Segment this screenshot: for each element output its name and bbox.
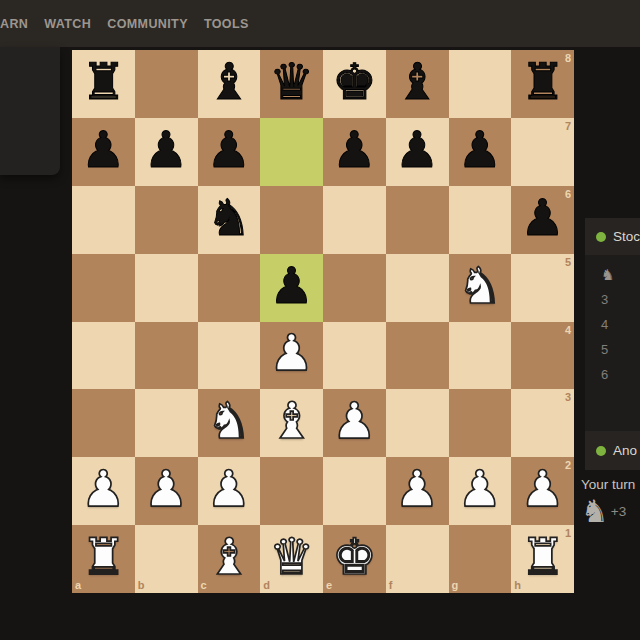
square-b3[interactable] [135,389,198,457]
square-e4[interactable] [323,322,386,390]
file-label-g: g [452,580,459,591]
opponent-online-dot [596,232,606,242]
square-b6[interactable] [135,186,198,254]
square-c5[interactable] [198,254,261,322]
square-f6[interactable] [386,186,449,254]
square-h8[interactable]: 8♜ [511,50,574,118]
square-e7[interactable]: ♟ [323,118,386,186]
piece-white-pawn-g2[interactable]: ♟ [457,464,502,514]
piece-black-pawn-c7[interactable]: ♟ [206,125,251,175]
square-b8[interactable] [135,50,198,118]
piece-black-pawn-d5[interactable]: ♟ [269,261,314,311]
piece-black-pawn-b7[interactable]: ♟ [144,125,189,175]
square-h6[interactable]: 6♟ [511,186,574,254]
square-f5[interactable] [386,254,449,322]
piece-white-pawn-e3[interactable]: ♟ [332,396,377,446]
knight-figurine-icon: ♞ [601,266,614,284]
square-d3[interactable]: ♝ [260,389,323,457]
file-label-b: b [138,580,145,591]
square-h5[interactable]: 5 [511,254,574,322]
nav-item-community[interactable]: COMMUNITY [107,17,188,31]
square-a3[interactable] [72,389,135,457]
square-c4[interactable] [198,322,261,390]
piece-white-pawn-h2[interactable]: ♟ [520,464,565,514]
move-list-row-figurine[interactable]: ♞ [601,262,640,287]
move-list-row-3[interactable]: 3 [601,287,640,312]
rank-label-3: 3 [565,392,571,403]
piece-white-bishop-d3[interactable]: ♝ [269,396,314,446]
square-d6[interactable] [260,186,323,254]
opponent-name: Stoc [613,229,640,244]
piece-black-pawn-h6[interactable]: ♟ [520,193,565,243]
top-navbar: ARN WATCH COMMUNITY TOOLS [0,0,640,47]
move-list-row-5[interactable]: 5 [601,337,640,362]
square-a6[interactable] [72,186,135,254]
square-g8[interactable] [449,50,512,118]
square-f7[interactable]: ♟ [386,118,449,186]
piece-black-rook-a8[interactable]: ♜ [81,57,126,107]
move-list-row-4[interactable]: 4 [601,312,640,337]
square-g2[interactable]: ♟ [449,457,512,525]
square-h7[interactable]: 7 [511,118,574,186]
nav-item-watch[interactable]: WATCH [44,17,91,31]
square-e5[interactable] [323,254,386,322]
square-a2[interactable]: ♟ [72,457,135,525]
piece-white-pawn-f2[interactable]: ♟ [395,464,440,514]
square-a4[interactable] [72,322,135,390]
square-c1[interactable]: c♝ [198,525,261,593]
square-a5[interactable] [72,254,135,322]
opponent-row[interactable]: Stoc [585,218,640,255]
square-a7[interactable]: ♟ [72,118,135,186]
turn-indicator: Your turn [581,477,635,492]
square-e1[interactable]: e♚ [323,525,386,593]
square-f3[interactable] [386,389,449,457]
rank-label-7: 7 [565,121,571,132]
piece-white-king-e1[interactable]: ♚ [332,532,377,582]
square-f1[interactable]: f [386,525,449,593]
nav-item-tools[interactable]: TOOLS [204,17,249,31]
game-sidebar: Stoc ♞3456 Ano [585,218,640,470]
rank-label-6: 6 [565,189,571,200]
square-d5[interactable]: ♟ [260,254,323,322]
rank-label-8: 8 [565,53,571,64]
nav-item-learn[interactable]: ARN [0,17,28,31]
square-g7[interactable]: ♟ [449,118,512,186]
square-e2[interactable] [323,457,386,525]
piece-black-queen-d8[interactable]: ♛ [269,57,314,107]
piece-white-bishop-c1[interactable]: ♝ [206,532,251,582]
square-e3[interactable]: ♟ [323,389,386,457]
square-g1[interactable]: g [449,525,512,593]
square-f8[interactable]: ♝ [386,50,449,118]
material-advantage: +3 [611,504,626,519]
piece-black-knight-c6[interactable]: ♞ [206,193,251,243]
square-f4[interactable] [386,322,449,390]
captured-knight-icon: ♞ [581,496,609,527]
square-d7[interactable] [260,118,323,186]
move-list: ♞3456 [585,255,640,431]
player-row[interactable]: Ano [585,431,640,470]
rank-label-1: 1 [565,528,571,539]
square-c8[interactable]: ♝ [198,50,261,118]
piece-white-queen-d1[interactable]: ♛ [269,532,314,582]
square-h2[interactable]: 2♟ [511,457,574,525]
square-g6[interactable] [449,186,512,254]
piece-black-pawn-a7[interactable]: ♟ [81,125,126,175]
square-c7[interactable]: ♟ [198,118,261,186]
piece-white-pawn-d4[interactable]: ♟ [269,328,314,378]
square-b1[interactable]: b [135,525,198,593]
piece-black-king-e8[interactable]: ♚ [332,57,377,107]
piece-black-bishop-c8[interactable]: ♝ [206,57,251,107]
rank-label-2: 2 [565,460,571,471]
piece-white-knight-g5[interactable]: ♞ [457,261,502,311]
square-c3[interactable]: ♞ [198,389,261,457]
player-online-dot [596,446,606,456]
square-b4[interactable] [135,322,198,390]
rank-label-4: 4 [565,325,571,336]
square-h1[interactable]: 1h♜ [511,525,574,593]
piece-black-bishop-f8[interactable]: ♝ [395,57,440,107]
piece-black-pawn-g7[interactable]: ♟ [457,125,502,175]
piece-black-rook-h8[interactable]: ♜ [520,57,565,107]
square-a8[interactable]: ♜ [72,50,135,118]
captured-material: ♞ +3 [581,496,626,527]
piece-white-knight-c3[interactable]: ♞ [206,396,251,446]
square-d4[interactable]: ♟ [260,322,323,390]
piece-white-pawn-b2[interactable]: ♟ [144,464,189,514]
square-c6[interactable]: ♞ [198,186,261,254]
square-f2[interactable]: ♟ [386,457,449,525]
square-a1[interactable]: a♜ [72,525,135,593]
square-b7[interactable]: ♟ [135,118,198,186]
left-dropdown-panel [0,47,60,175]
piece-white-pawn-c2[interactable]: ♟ [206,464,251,514]
square-h3[interactable]: 3 [511,389,574,457]
square-e8[interactable]: ♚ [323,50,386,118]
piece-white-pawn-a2[interactable]: ♟ [81,464,126,514]
square-c2[interactable]: ♟ [198,457,261,525]
square-e6[interactable] [323,186,386,254]
file-label-f: f [389,580,393,591]
piece-white-rook-h1[interactable]: ♜ [520,532,565,582]
piece-white-rook-a1[interactable]: ♜ [81,532,126,582]
square-b2[interactable]: ♟ [135,457,198,525]
square-d2[interactable] [260,457,323,525]
square-d8[interactable]: ♛ [260,50,323,118]
chess-board: ♜♝♛♚♝8♜♟♟♟♟♟♟7♞6♟♟♞5♟4♞♝♟3♟♟♟♟♟2♟a♜bc♝d♛… [72,50,574,593]
square-b5[interactable] [135,254,198,322]
square-d1[interactable]: d♛ [260,525,323,593]
piece-black-pawn-f7[interactable]: ♟ [395,125,440,175]
square-g3[interactable] [449,389,512,457]
move-list-row-6[interactable]: 6 [601,362,640,387]
square-g5[interactable]: ♞ [449,254,512,322]
piece-black-pawn-e7[interactable]: ♟ [332,125,377,175]
square-h4[interactable]: 4 [511,322,574,390]
player-name: Ano [613,443,637,458]
rank-label-5: 5 [565,257,571,268]
square-g4[interactable] [449,322,512,390]
